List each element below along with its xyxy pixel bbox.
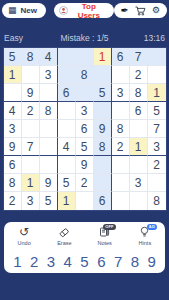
gear-icon[interactable]: ⚙ xyxy=(152,6,160,15)
hints-ad-badge: AD xyxy=(147,224,157,230)
numpad-key-9[interactable]: 9 xyxy=(143,253,160,270)
cell-r2c3[interactable]: 3 xyxy=(40,66,58,84)
cell-r8c1[interactable]: 8 xyxy=(4,174,22,192)
cell-r3c7[interactable]: 3 xyxy=(112,84,130,102)
cell-r4c5[interactable]: 3 xyxy=(76,102,94,120)
top-bar: ▦ New Top Users ✒ ⚙ xyxy=(0,0,169,18)
cell-r7c4[interactable] xyxy=(58,156,76,174)
top-users-button[interactable]: Top Users xyxy=(54,3,114,18)
eraser-icon xyxy=(58,225,70,239)
hints-label: Hints xyxy=(139,240,152,246)
cell-r6c9[interactable]: 3 xyxy=(148,138,166,156)
cell-r2c9[interactable] xyxy=(148,66,166,84)
cell-r9c7[interactable] xyxy=(112,192,130,210)
cell-r6c7[interactable]: 2 xyxy=(112,138,130,156)
cell-r7c3[interactable] xyxy=(40,156,58,174)
numpad-key-3[interactable]: 3 xyxy=(43,253,60,270)
control-panel: ↺ Undo Erase OFF xyxy=(4,222,165,273)
cell-r8c4[interactable]: 5 xyxy=(58,174,76,192)
cell-r5c1[interactable]: 3 xyxy=(4,120,22,138)
cell-r1c9[interactable] xyxy=(148,48,166,66)
cell-r7c5[interactable]: 9 xyxy=(76,156,94,174)
numpad-key-7[interactable]: 7 xyxy=(110,253,127,270)
number-pad: 123456789 xyxy=(4,251,165,270)
cell-r8c5[interactable]: 2 xyxy=(76,174,94,192)
difficulty-label: Easy xyxy=(4,33,51,43)
numpad-key-6[interactable]: 6 xyxy=(93,253,110,270)
pen-theme-icon[interactable]: ✒ xyxy=(121,6,129,16)
cell-r3c9[interactable]: 1 xyxy=(148,84,166,102)
cell-r7c9[interactable]: 2 xyxy=(148,156,166,174)
cell-r4c4[interactable] xyxy=(58,102,76,120)
cell-r9c9[interactable]: 8 xyxy=(148,192,166,210)
cell-r6c4[interactable]: 4 xyxy=(58,138,76,156)
numpad-key-5[interactable]: 5 xyxy=(76,253,93,270)
cell-r8c9[interactable] xyxy=(148,174,166,192)
cell-r6c5[interactable]: 5 xyxy=(76,138,94,156)
cell-r9c1[interactable]: 2 xyxy=(4,192,22,210)
cell-r3c4[interactable]: 6 xyxy=(58,84,76,102)
numpad-key-4[interactable]: 4 xyxy=(59,253,76,270)
cell-r4c7[interactable] xyxy=(112,102,130,120)
cell-r4c9[interactable]: 5 xyxy=(148,102,166,120)
user-medal-icon xyxy=(59,6,68,15)
cell-r8c6[interactable] xyxy=(94,174,112,192)
notes-label: Notes xyxy=(97,240,111,246)
cell-r5c2[interactable] xyxy=(22,120,40,138)
cell-r2c4[interactable] xyxy=(58,66,76,84)
cell-r9c8[interactable] xyxy=(130,192,148,210)
cell-r4c6[interactable] xyxy=(94,102,112,120)
cell-r2c1[interactable]: 1 xyxy=(4,66,22,84)
cell-r9c2[interactable]: 3 xyxy=(22,192,40,210)
cell-r3c1[interactable] xyxy=(4,84,22,102)
cell-r4c3[interactable]: 8 xyxy=(40,102,58,120)
undo-icon: ↺ xyxy=(19,225,29,239)
cell-r1c6[interactable]: 1 xyxy=(94,48,112,66)
cell-r3c8[interactable]: 8 xyxy=(130,84,148,102)
icon-tray: ✒ ⚙ xyxy=(114,3,167,18)
cell-r2c5[interactable]: 8 xyxy=(76,66,94,84)
cell-r2c7[interactable] xyxy=(112,66,130,84)
cell-r6c2[interactable]: 7 xyxy=(22,138,40,156)
status-bar: Easy Mistake : 1/5 13:16 xyxy=(0,32,169,43)
tools-row: ↺ Undo Erase OFF xyxy=(4,225,165,251)
cell-r2c8[interactable]: 2 xyxy=(130,66,148,84)
cart-icon[interactable] xyxy=(135,6,146,16)
notes-button[interactable]: OFF Notes xyxy=(85,225,125,251)
cell-r1c8[interactable]: 7 xyxy=(130,48,148,66)
cell-r2c2[interactable] xyxy=(22,66,40,84)
cell-r5c3[interactable] xyxy=(40,120,58,138)
cell-r3c5[interactable] xyxy=(76,84,94,102)
mistake-counter: Mistake : 1/5 xyxy=(51,33,117,43)
cell-r5c6[interactable]: 9 xyxy=(94,120,112,138)
cell-r9c4[interactable]: 1 xyxy=(58,192,76,210)
sudoku-board: 5841671382965381428365369879745821369281… xyxy=(3,47,167,211)
cell-r5c8[interactable] xyxy=(130,120,148,138)
cell-r3c3[interactable] xyxy=(40,84,58,102)
top-users-label: Top Users xyxy=(71,2,107,20)
new-game-label: New xyxy=(21,6,37,15)
cell-r8c8[interactable]: 3 xyxy=(130,174,148,192)
timer: 13:16 xyxy=(118,33,165,43)
undo-label: Undo xyxy=(18,240,31,246)
notes-off-badge: OFF xyxy=(103,224,116,230)
cell-r8c7[interactable] xyxy=(112,174,130,192)
cell-r4c8[interactable]: 6 xyxy=(130,102,148,120)
cell-r5c7[interactable]: 8 xyxy=(112,120,130,138)
cell-r9c6[interactable]: 6 xyxy=(94,192,112,210)
cell-r9c3[interactable]: 5 xyxy=(40,192,58,210)
numpad-key-8[interactable]: 8 xyxy=(126,253,143,270)
sudoku-grid-icon: ▦ xyxy=(8,6,17,15)
cell-r1c3[interactable]: 4 xyxy=(40,48,58,66)
cell-r8c3[interactable]: 9 xyxy=(40,174,58,192)
cell-r1c7[interactable]: 6 xyxy=(112,48,130,66)
cell-r7c8[interactable] xyxy=(130,156,148,174)
erase-button[interactable]: Erase xyxy=(44,225,84,251)
cell-r2c6[interactable] xyxy=(94,66,112,84)
cell-r7c1[interactable]: 6 xyxy=(4,156,22,174)
hints-button[interactable]: AD Hints xyxy=(125,225,165,251)
numpad-key-2[interactable]: 2 xyxy=(26,253,43,270)
cell-r5c9[interactable]: 7 xyxy=(148,120,166,138)
new-game-button[interactable]: ▦ New xyxy=(2,3,46,18)
numpad-key-1[interactable]: 1 xyxy=(9,253,26,270)
cell-r7c2[interactable] xyxy=(22,156,40,174)
erase-label: Erase xyxy=(57,240,71,246)
cell-r6c8[interactable]: 1 xyxy=(130,138,148,156)
sudoku-app: ▦ New Top Users ✒ ⚙ xyxy=(0,0,169,300)
cell-r3c2[interactable]: 9 xyxy=(22,84,40,102)
undo-button[interactable]: ↺ Undo xyxy=(4,225,44,251)
cell-r6c1[interactable]: 9 xyxy=(4,138,22,156)
cell-r1c1[interactable]: 5 xyxy=(4,48,22,66)
cell-r1c2[interactable]: 8 xyxy=(22,48,40,66)
cell-r1c4[interactable] xyxy=(58,48,76,66)
cell-r6c6[interactable]: 8 xyxy=(94,138,112,156)
cell-r5c5[interactable]: 6 xyxy=(76,120,94,138)
cell-r9c5[interactable] xyxy=(76,192,94,210)
cell-r7c6[interactable] xyxy=(94,156,112,174)
cell-r3c6[interactable]: 5 xyxy=(94,84,112,102)
cell-r6c3[interactable] xyxy=(40,138,58,156)
cell-r7c7[interactable] xyxy=(112,156,130,174)
cell-r5c4[interactable] xyxy=(58,120,76,138)
cell-r4c1[interactable]: 4 xyxy=(4,102,22,120)
cell-r4c2[interactable]: 2 xyxy=(22,102,40,120)
cell-r8c2[interactable]: 1 xyxy=(22,174,40,192)
cell-r1c5[interactable] xyxy=(76,48,94,66)
